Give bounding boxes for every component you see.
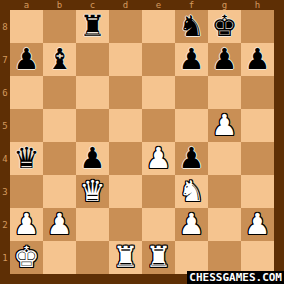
square-e5 bbox=[142, 109, 175, 142]
black-pawn-g7: ♟ bbox=[212, 43, 238, 76]
square-h2: ♟ bbox=[241, 208, 274, 241]
square-b1 bbox=[43, 241, 76, 274]
square-h7: ♟ bbox=[241, 43, 274, 76]
square-f2: ♟ bbox=[175, 208, 208, 241]
square-b5 bbox=[43, 109, 76, 142]
square-d8 bbox=[109, 10, 142, 43]
square-a5 bbox=[10, 109, 43, 142]
square-h3 bbox=[241, 175, 274, 208]
square-g3 bbox=[208, 175, 241, 208]
square-d5 bbox=[109, 109, 142, 142]
square-d7 bbox=[109, 43, 142, 76]
square-c5 bbox=[76, 109, 109, 142]
square-b4 bbox=[43, 142, 76, 175]
square-g2 bbox=[208, 208, 241, 241]
black-rook-c8: ♜ bbox=[80, 10, 106, 43]
square-c2 bbox=[76, 208, 109, 241]
square-h4 bbox=[241, 142, 274, 175]
rank-labels: 87654321 bbox=[0, 10, 10, 274]
square-f7: ♟ bbox=[175, 43, 208, 76]
rank-label-7: 7 bbox=[0, 43, 10, 76]
square-a7: ♟ bbox=[10, 43, 43, 76]
square-f1 bbox=[175, 241, 208, 274]
square-d3 bbox=[109, 175, 142, 208]
rank-label-4: 4 bbox=[0, 142, 10, 175]
square-b6 bbox=[43, 76, 76, 109]
square-c3: ♛ bbox=[76, 175, 109, 208]
file-label-d: d bbox=[109, 0, 142, 10]
board-frame: abcdefgh 87654321 ♜♞♚♟♝♟♟♟♟♛♟♟♟♛♞♟♟♟♟♚♜♜… bbox=[0, 0, 284, 284]
black-bishop-b7: ♝ bbox=[47, 43, 73, 76]
white-rook-d1: ♜ bbox=[113, 241, 139, 274]
white-queen-c3: ♛ bbox=[80, 175, 106, 208]
white-pawn-f2: ♟ bbox=[179, 208, 205, 241]
square-b8 bbox=[43, 10, 76, 43]
square-e1: ♜ bbox=[142, 241, 175, 274]
square-a2: ♟ bbox=[10, 208, 43, 241]
square-d1: ♜ bbox=[109, 241, 142, 274]
rank-label-2: 2 bbox=[0, 208, 10, 241]
white-pawn-g5: ♟ bbox=[212, 109, 238, 142]
square-g5: ♟ bbox=[208, 109, 241, 142]
square-a1: ♚ bbox=[10, 241, 43, 274]
square-c1 bbox=[76, 241, 109, 274]
square-h6 bbox=[241, 76, 274, 109]
square-a3 bbox=[10, 175, 43, 208]
square-f6 bbox=[175, 76, 208, 109]
square-h8 bbox=[241, 10, 274, 43]
square-c7 bbox=[76, 43, 109, 76]
square-b3 bbox=[43, 175, 76, 208]
file-label-c: c bbox=[76, 0, 109, 10]
square-b7: ♝ bbox=[43, 43, 76, 76]
square-e3 bbox=[142, 175, 175, 208]
square-e8 bbox=[142, 10, 175, 43]
white-pawn-e4: ♟ bbox=[146, 142, 172, 175]
black-pawn-f7: ♟ bbox=[179, 43, 205, 76]
white-king-a1: ♚ bbox=[14, 241, 40, 274]
square-f4: ♟ bbox=[175, 142, 208, 175]
square-h1 bbox=[241, 241, 274, 274]
square-a4: ♛ bbox=[10, 142, 43, 175]
file-label-a: a bbox=[10, 0, 43, 10]
white-pawn-h2: ♟ bbox=[245, 208, 271, 241]
file-labels: abcdefgh bbox=[10, 0, 274, 10]
black-pawn-a7: ♟ bbox=[14, 43, 40, 76]
square-h5 bbox=[241, 109, 274, 142]
square-c4: ♟ bbox=[76, 142, 109, 175]
square-c8: ♜ bbox=[76, 10, 109, 43]
square-b2: ♟ bbox=[43, 208, 76, 241]
watermark-chessgames: CHESSGAMES.COM bbox=[187, 271, 284, 284]
black-pawn-c4: ♟ bbox=[80, 142, 106, 175]
square-g1 bbox=[208, 241, 241, 274]
square-e4: ♟ bbox=[142, 142, 175, 175]
black-pawn-f4: ♟ bbox=[179, 142, 205, 175]
rank-label-1: 1 bbox=[0, 241, 10, 274]
file-label-e: e bbox=[142, 0, 175, 10]
black-queen-a4: ♛ bbox=[14, 142, 40, 175]
rank-label-5: 5 bbox=[0, 109, 10, 142]
black-king-g8: ♚ bbox=[212, 10, 238, 43]
file-label-h: h bbox=[241, 0, 274, 10]
square-a8 bbox=[10, 10, 43, 43]
square-e7 bbox=[142, 43, 175, 76]
square-f8: ♞ bbox=[175, 10, 208, 43]
white-pawn-a2: ♟ bbox=[14, 208, 40, 241]
square-d4 bbox=[109, 142, 142, 175]
black-knight-f8: ♞ bbox=[179, 10, 205, 43]
rank-label-8: 8 bbox=[0, 10, 10, 43]
chess-board: ♜♞♚♟♝♟♟♟♟♛♟♟♟♛♞♟♟♟♟♚♜♜ bbox=[10, 10, 274, 274]
file-label-g: g bbox=[208, 0, 241, 10]
square-g4 bbox=[208, 142, 241, 175]
square-a6 bbox=[10, 76, 43, 109]
white-pawn-b2: ♟ bbox=[47, 208, 73, 241]
file-label-b: b bbox=[43, 0, 76, 10]
rank-label-3: 3 bbox=[0, 175, 10, 208]
rank-label-6: 6 bbox=[0, 76, 10, 109]
square-c6 bbox=[76, 76, 109, 109]
file-label-f: f bbox=[175, 0, 208, 10]
white-rook-e1: ♜ bbox=[146, 241, 172, 274]
square-d2 bbox=[109, 208, 142, 241]
square-f5 bbox=[175, 109, 208, 142]
square-d6 bbox=[109, 76, 142, 109]
black-pawn-h7: ♟ bbox=[245, 43, 271, 76]
square-g7: ♟ bbox=[208, 43, 241, 76]
square-g8: ♚ bbox=[208, 10, 241, 43]
square-e6 bbox=[142, 76, 175, 109]
square-e2 bbox=[142, 208, 175, 241]
square-f3: ♞ bbox=[175, 175, 208, 208]
white-knight-f3: ♞ bbox=[179, 175, 205, 208]
square-g6 bbox=[208, 76, 241, 109]
